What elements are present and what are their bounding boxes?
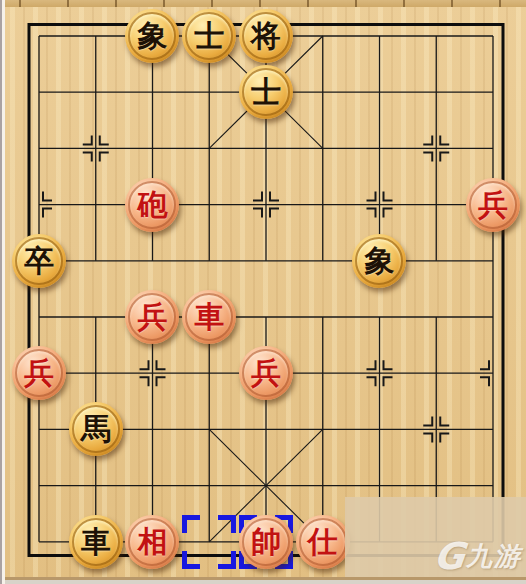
piece-glyph: 車 bbox=[81, 527, 111, 557]
piece-red-chariot[interactable]: 車 bbox=[182, 290, 236, 344]
last-move-marker-from bbox=[182, 515, 236, 569]
piece-red-soldier[interactable]: 兵 bbox=[12, 346, 66, 400]
piece-black-advisor[interactable]: 士 bbox=[182, 9, 236, 63]
piece-black-elephant[interactable]: 象 bbox=[352, 234, 406, 288]
piece-glyph: 帥 bbox=[251, 527, 281, 557]
piece-glyph: 砲 bbox=[137, 190, 167, 220]
piece-glyph: 相 bbox=[137, 527, 167, 557]
piece-red-soldier[interactable]: 兵 bbox=[239, 346, 293, 400]
piece-glyph: 兵 bbox=[478, 190, 508, 220]
xiangqi-app-window: 象士将士卒象馬車砲兵兵車兵兵相帥仕 G 九游 bbox=[0, 0, 526, 584]
piece-red-general[interactable]: 帥 bbox=[239, 515, 293, 569]
piece-red-soldier[interactable]: 兵 bbox=[125, 290, 179, 344]
top-edge-strip bbox=[5, 0, 526, 7]
watermark-zone: G 九游 bbox=[345, 497, 526, 584]
piece-black-chariot[interactable]: 車 bbox=[69, 515, 123, 569]
piece-black-elephant[interactable]: 象 bbox=[125, 9, 179, 63]
jiuyou-logo-icon: G bbox=[431, 535, 466, 578]
piece-glyph: 兵 bbox=[251, 358, 281, 388]
piece-glyph: 士 bbox=[251, 77, 281, 107]
piece-glyph: 士 bbox=[194, 21, 224, 51]
watermark-text: 九游 bbox=[466, 539, 522, 574]
piece-red-advisor[interactable]: 仕 bbox=[296, 515, 350, 569]
piece-glyph: 馬 bbox=[81, 414, 111, 444]
piece-red-elephant[interactable]: 相 bbox=[125, 515, 179, 569]
piece-red-soldier[interactable]: 兵 bbox=[466, 178, 520, 232]
piece-black-soldier[interactable]: 卒 bbox=[12, 234, 66, 288]
piece-glyph: 車 bbox=[194, 302, 224, 332]
bottom-edge-strip bbox=[5, 577, 526, 584]
left-edge-strip bbox=[0, 0, 5, 584]
watermark: G 九游 bbox=[434, 535, 522, 578]
piece-glyph: 卒 bbox=[24, 246, 54, 276]
piece-glyph: 仕 bbox=[308, 527, 338, 557]
piece-glyph: 将 bbox=[251, 21, 281, 51]
piece-glyph: 象 bbox=[364, 246, 394, 276]
piece-black-horse[interactable]: 馬 bbox=[69, 402, 123, 456]
piece-black-general[interactable]: 将 bbox=[239, 9, 293, 63]
piece-glyph: 兵 bbox=[24, 358, 54, 388]
board-grid[interactable]: 象士将士卒象馬車砲兵兵車兵兵相帥仕 bbox=[11, 8, 522, 570]
piece-glyph: 兵 bbox=[137, 302, 167, 332]
piece-red-cannon[interactable]: 砲 bbox=[125, 178, 179, 232]
piece-black-advisor[interactable]: 士 bbox=[239, 65, 293, 119]
piece-glyph: 象 bbox=[137, 21, 167, 51]
